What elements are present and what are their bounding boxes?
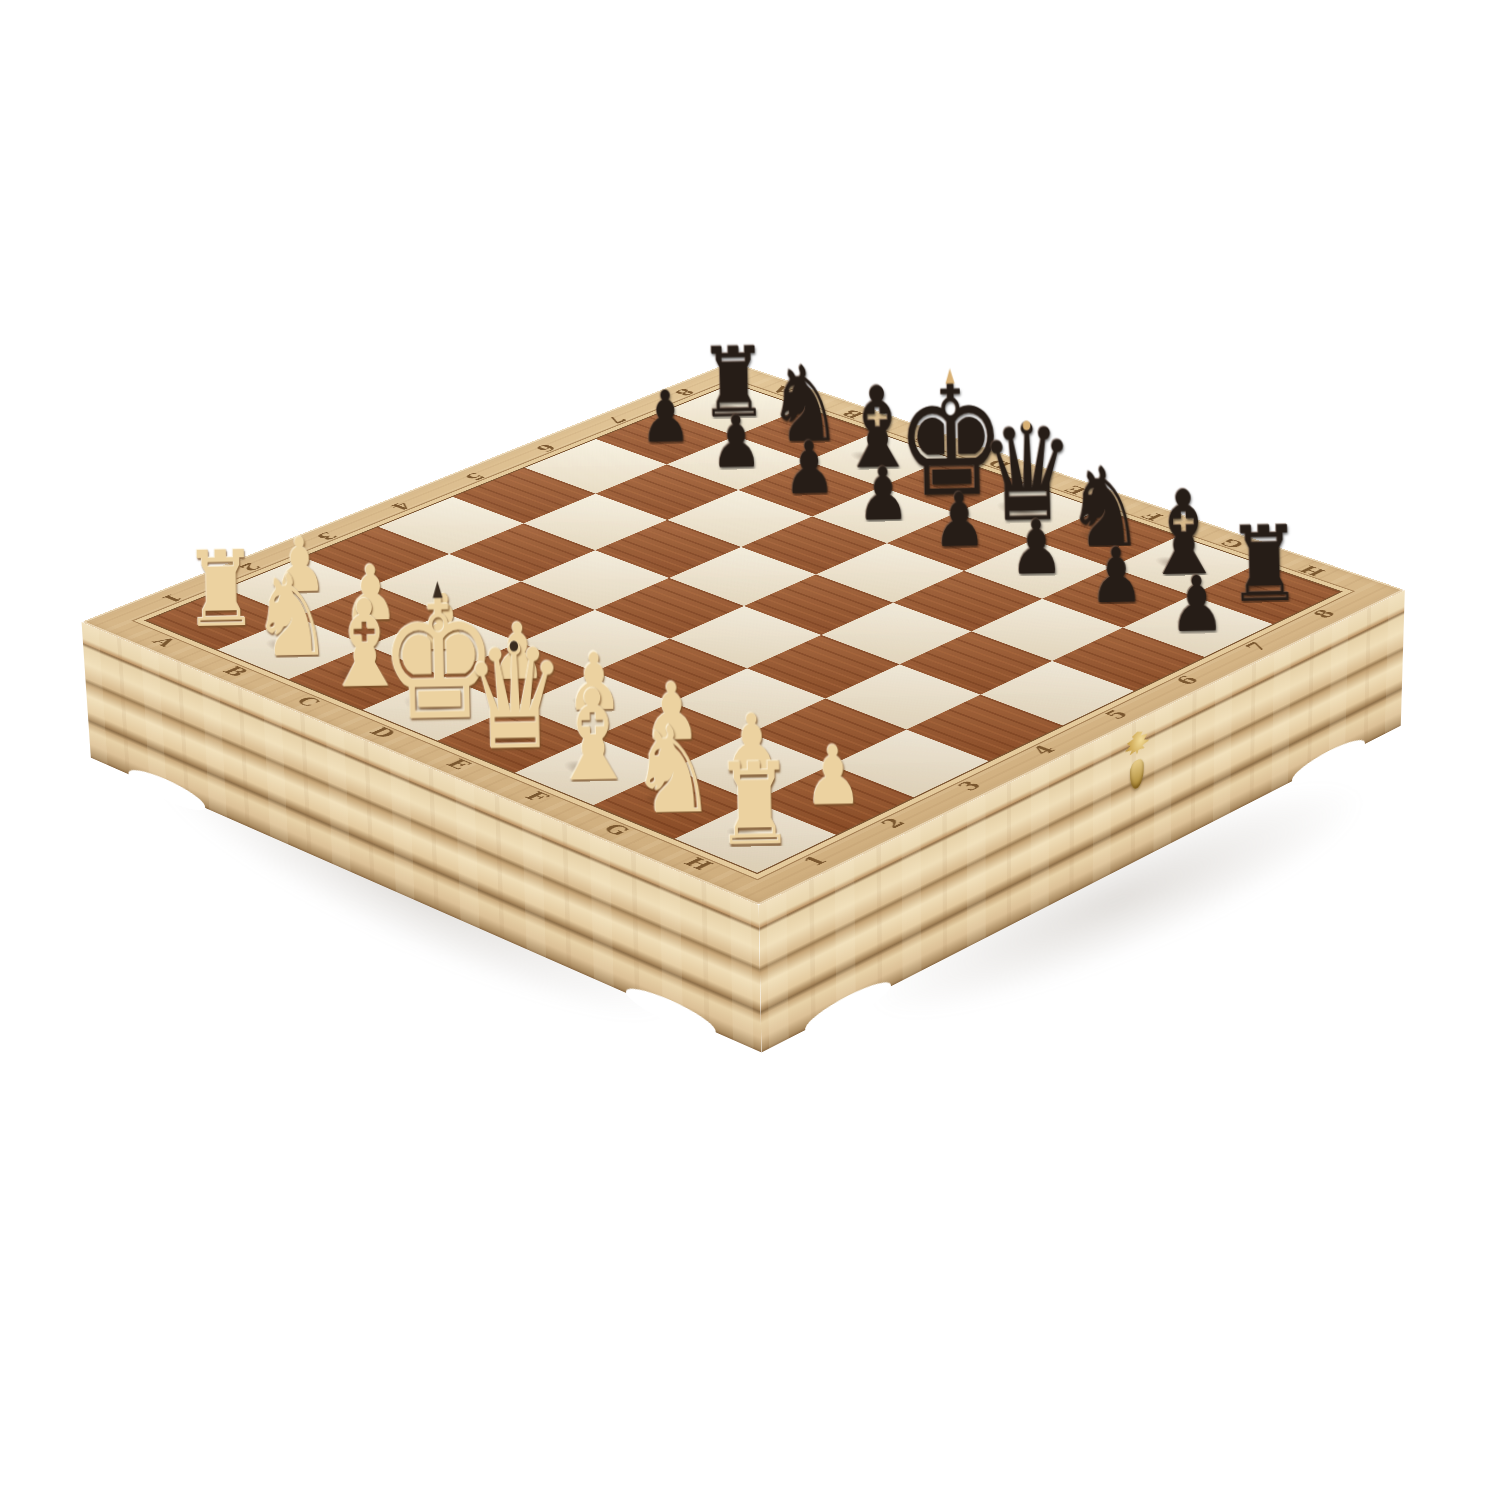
foot-notch bbox=[128, 763, 206, 818]
black-king-finial bbox=[945, 369, 954, 384]
foot-notch bbox=[626, 980, 716, 1043]
foot-notch bbox=[805, 974, 891, 1041]
black-queen-finial bbox=[1022, 420, 1030, 430]
clasp-hook bbox=[1130, 757, 1144, 792]
product-photo-stage: AABBCCDDEEFFGGHH1122334455667788 ♜♞♝♚♛♝♞… bbox=[0, 0, 1500, 1500]
clasp-latch-icon bbox=[1122, 724, 1152, 797]
white-king-finial bbox=[432, 582, 442, 599]
white-queen-finial bbox=[510, 640, 519, 651]
foot-notch bbox=[1292, 732, 1366, 791]
chess-box-lid: AABBCCDDEEFFGGHH1122334455667788 ♜♞♝♚♛♝♞… bbox=[82, 362, 1405, 905]
